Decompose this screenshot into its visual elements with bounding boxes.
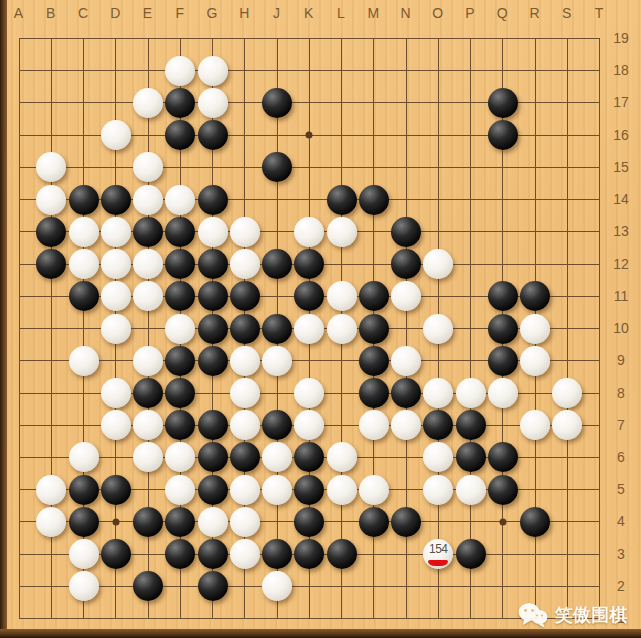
stone-white-D8	[101, 378, 131, 408]
last-move-number: 154	[423, 542, 453, 556]
stone-black-N4	[391, 507, 421, 537]
stone-white-D12	[101, 249, 131, 279]
col-label-N: N	[400, 5, 410, 21]
stone-black-B12	[36, 249, 66, 279]
stone-black-M8	[359, 378, 389, 408]
stone-black-F9	[165, 346, 195, 376]
stone-black-D5	[101, 475, 131, 505]
stone-white-P8	[456, 378, 486, 408]
stone-white-S7	[552, 410, 582, 440]
row-label-5: 5	[617, 481, 625, 497]
stone-white-K10	[294, 314, 324, 344]
stone-black-R11	[520, 281, 550, 311]
stone-black-Q9	[488, 346, 518, 376]
star-point-Q4	[499, 518, 506, 525]
stone-black-R4	[520, 507, 550, 537]
stone-white-H5	[230, 475, 260, 505]
row-label-18: 18	[613, 62, 629, 78]
stone-white-R7	[520, 410, 550, 440]
stone-black-G12	[198, 249, 228, 279]
stone-white-H4	[230, 507, 260, 537]
stone-white-G4	[198, 507, 228, 537]
stone-black-J17	[262, 88, 292, 118]
stone-black-P3	[456, 539, 486, 569]
stone-white-J6	[262, 442, 292, 472]
col-label-C: C	[78, 5, 88, 21]
stone-white-J9	[262, 346, 292, 376]
stone-black-O7	[423, 410, 453, 440]
stone-white-E14	[133, 185, 163, 215]
stone-black-L3	[327, 539, 357, 569]
stone-white-F10	[165, 314, 195, 344]
stone-black-F3	[165, 539, 195, 569]
col-label-O: O	[432, 5, 443, 21]
col-label-L: L	[337, 5, 345, 21]
row-label-3: 3	[617, 546, 625, 562]
stone-white-P5	[456, 475, 486, 505]
stone-black-K3	[294, 539, 324, 569]
col-label-M: M	[367, 5, 379, 21]
stone-black-J3	[262, 539, 292, 569]
stone-black-Q11	[488, 281, 518, 311]
stone-black-G10	[198, 314, 228, 344]
stone-white-C6	[69, 442, 99, 472]
star-point-D4	[112, 518, 119, 525]
stone-black-F17	[165, 88, 195, 118]
stone-black-P6	[456, 442, 486, 472]
stone-black-M10	[359, 314, 389, 344]
stone-black-C11	[69, 281, 99, 311]
stone-black-H11	[230, 281, 260, 311]
stone-black-G6	[198, 442, 228, 472]
stone-black-J7	[262, 410, 292, 440]
stone-black-M11	[359, 281, 389, 311]
stone-white-L6	[327, 442, 357, 472]
stone-black-E4	[133, 507, 163, 537]
stone-white-O3: 154	[423, 539, 453, 569]
stone-white-B5	[36, 475, 66, 505]
col-label-K: K	[304, 5, 313, 21]
stone-black-G7	[198, 410, 228, 440]
col-label-Q: Q	[497, 5, 508, 21]
stone-white-N9	[391, 346, 421, 376]
stone-black-J10	[262, 314, 292, 344]
stone-black-F13	[165, 217, 195, 247]
stone-white-L13	[327, 217, 357, 247]
stone-white-N7	[391, 410, 421, 440]
stone-white-R9	[520, 346, 550, 376]
grid-vline	[19, 38, 20, 619]
row-label-2: 2	[617, 578, 625, 594]
stone-black-K4	[294, 507, 324, 537]
go-app-screen: ABCDEFGHJKLMNOPQRST191817161514131211109…	[0, 0, 641, 638]
stone-white-M5	[359, 475, 389, 505]
stone-black-E13	[133, 217, 163, 247]
stone-black-F16	[165, 120, 195, 150]
stone-white-F14	[165, 185, 195, 215]
row-label-17: 17	[613, 94, 629, 110]
stone-white-E12	[133, 249, 163, 279]
stone-white-C13	[69, 217, 99, 247]
stone-white-H3	[230, 539, 260, 569]
col-label-D: D	[110, 5, 120, 21]
stone-black-F7	[165, 410, 195, 440]
stone-black-F8	[165, 378, 195, 408]
grid-vline	[470, 38, 471, 619]
stone-white-O5	[423, 475, 453, 505]
stone-white-L5	[327, 475, 357, 505]
stone-white-K13	[294, 217, 324, 247]
col-label-A: A	[14, 5, 23, 21]
col-label-T: T	[595, 5, 604, 21]
stone-white-O12	[423, 249, 453, 279]
row-label-9: 9	[617, 352, 625, 368]
board-bottom-edge	[0, 629, 641, 638]
stone-black-J15	[262, 152, 292, 182]
stone-white-L11	[327, 281, 357, 311]
star-point-K16	[306, 132, 313, 139]
stone-black-K11	[294, 281, 324, 311]
stone-white-H12	[230, 249, 260, 279]
row-label-14: 14	[613, 191, 629, 207]
stone-white-C12	[69, 249, 99, 279]
stone-white-G18	[198, 56, 228, 86]
stone-black-M9	[359, 346, 389, 376]
stone-black-N8	[391, 378, 421, 408]
stone-black-E8	[133, 378, 163, 408]
stone-white-E6	[133, 442, 163, 472]
grid-vline	[599, 38, 600, 619]
stone-black-D14	[101, 185, 131, 215]
stone-black-C14	[69, 185, 99, 215]
col-label-P: P	[465, 5, 474, 21]
stone-black-E2	[133, 571, 163, 601]
stone-white-D10	[101, 314, 131, 344]
stone-black-P7	[456, 410, 486, 440]
col-label-R: R	[529, 5, 539, 21]
stone-white-K8	[294, 378, 324, 408]
row-label-8: 8	[617, 385, 625, 401]
stone-white-O6	[423, 442, 453, 472]
stone-white-D13	[101, 217, 131, 247]
stone-white-C3	[69, 539, 99, 569]
row-label-11: 11	[614, 288, 629, 304]
stone-black-N13	[391, 217, 421, 247]
stone-black-Q6	[488, 442, 518, 472]
row-label-4: 4	[617, 513, 625, 529]
stone-black-G9	[198, 346, 228, 376]
stone-white-H13	[230, 217, 260, 247]
watermark-text: 笑傲围棋	[555, 603, 627, 627]
stone-black-Q10	[488, 314, 518, 344]
row-label-15: 15	[613, 159, 629, 175]
wechat-icon	[518, 602, 548, 628]
watermark: 笑傲围棋	[518, 602, 627, 628]
stone-white-H9	[230, 346, 260, 376]
stone-black-G14	[198, 185, 228, 215]
stone-white-B14	[36, 185, 66, 215]
stone-white-C9	[69, 346, 99, 376]
stone-white-F5	[165, 475, 195, 505]
stone-white-G17	[198, 88, 228, 118]
stone-black-D3	[101, 539, 131, 569]
stone-black-Q17	[488, 88, 518, 118]
stone-black-C5	[69, 475, 99, 505]
col-label-S: S	[562, 5, 571, 21]
stone-black-L14	[327, 185, 357, 215]
stone-black-F4	[165, 507, 195, 537]
stone-black-Q16	[488, 120, 518, 150]
stone-black-G2	[198, 571, 228, 601]
stone-white-H7	[230, 410, 260, 440]
stone-black-H6	[230, 442, 260, 472]
stone-white-E7	[133, 410, 163, 440]
stone-black-F11	[165, 281, 195, 311]
stone-white-B4	[36, 507, 66, 537]
stone-white-B15	[36, 152, 66, 182]
stone-white-H8	[230, 378, 260, 408]
col-label-B: B	[46, 5, 55, 21]
stone-white-D16	[101, 120, 131, 150]
row-label-6: 6	[617, 449, 625, 465]
stone-black-Q5	[488, 475, 518, 505]
row-label-16: 16	[613, 127, 629, 143]
col-label-E: E	[143, 5, 152, 21]
stone-black-G3	[198, 539, 228, 569]
stone-white-E17	[133, 88, 163, 118]
stone-white-D7	[101, 410, 131, 440]
stone-black-H10	[230, 314, 260, 344]
stone-white-R10	[520, 314, 550, 344]
stone-black-K12	[294, 249, 324, 279]
row-label-13: 13	[613, 223, 629, 239]
stone-white-F6	[165, 442, 195, 472]
col-label-H: H	[239, 5, 249, 21]
stone-white-G13	[198, 217, 228, 247]
stone-white-O10	[423, 314, 453, 344]
stone-white-Q8	[488, 378, 518, 408]
stone-white-E15	[133, 152, 163, 182]
col-label-J: J	[273, 5, 280, 21]
stone-white-N11	[391, 281, 421, 311]
col-label-G: G	[207, 5, 218, 21]
stone-black-K6	[294, 442, 324, 472]
row-label-19: 19	[613, 30, 629, 46]
stone-black-G11	[198, 281, 228, 311]
row-label-12: 12	[613, 256, 629, 272]
stone-white-D11	[101, 281, 131, 311]
stone-white-L10	[327, 314, 357, 344]
stone-white-J2	[262, 571, 292, 601]
stone-black-J12	[262, 249, 292, 279]
grid-vline	[567, 38, 568, 619]
stone-black-M14	[359, 185, 389, 215]
stone-white-C2	[69, 571, 99, 601]
stone-white-J5	[262, 475, 292, 505]
last-move-marker	[428, 560, 448, 566]
stone-black-B13	[36, 217, 66, 247]
stone-black-M4	[359, 507, 389, 537]
col-label-F: F	[175, 5, 184, 21]
stone-black-F12	[165, 249, 195, 279]
stone-black-K5	[294, 475, 324, 505]
stone-black-G16	[198, 120, 228, 150]
stone-white-S8	[552, 378, 582, 408]
board-left-edge	[0, 0, 7, 638]
stone-white-M7	[359, 410, 389, 440]
stone-white-O8	[423, 378, 453, 408]
row-label-7: 7	[617, 417, 625, 433]
stone-black-C4	[69, 507, 99, 537]
stone-white-K7	[294, 410, 324, 440]
stone-white-F18	[165, 56, 195, 86]
stone-white-E11	[133, 281, 163, 311]
row-label-10: 10	[613, 320, 629, 336]
stone-white-E9	[133, 346, 163, 376]
stone-black-N12	[391, 249, 421, 279]
stone-black-G5	[198, 475, 228, 505]
